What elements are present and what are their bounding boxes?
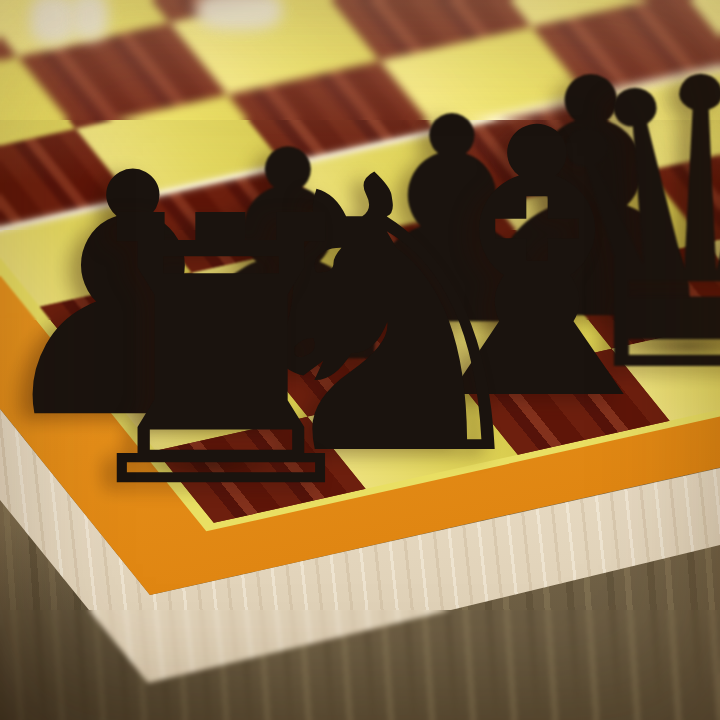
white-piece-blurred: [196, 0, 282, 30]
white-piece-blurred: [70, 0, 108, 40]
chessboard-photo: ♟♜♟♞♟♝♟♛: [0, 0, 720, 720]
black-rook-piece: ♜: [55, 169, 387, 539]
